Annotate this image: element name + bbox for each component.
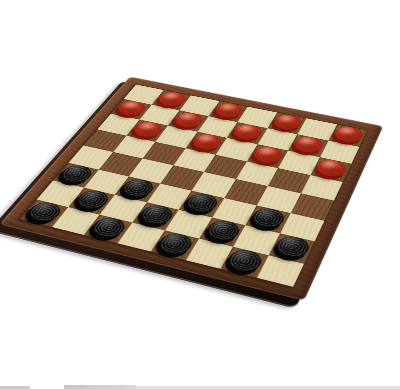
- product-photo-scene: [0, 0, 400, 389]
- checkers-board: [0, 77, 383, 301]
- board-grid: [18, 84, 368, 288]
- page-edge-artifact-segment: [64, 385, 136, 389]
- page-edge-artifact: [0, 385, 400, 389]
- board-frame: [0, 77, 383, 301]
